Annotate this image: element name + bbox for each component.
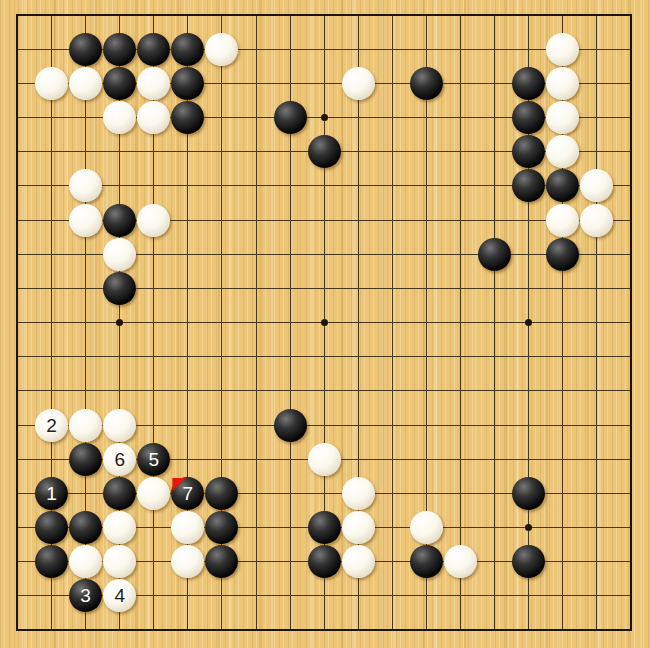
star-point <box>321 319 328 326</box>
stone-black[interactable] <box>512 477 545 510</box>
stone-white[interactable] <box>546 67 579 100</box>
stone-black[interactable]: 5 <box>137 443 170 476</box>
stone-black[interactable] <box>171 33 204 66</box>
stone-black[interactable] <box>546 238 579 271</box>
star-point <box>321 114 328 121</box>
stone-white[interactable] <box>69 409 102 442</box>
stone-white[interactable] <box>308 443 341 476</box>
stone-black[interactable] <box>103 272 136 305</box>
stone-white[interactable] <box>410 511 443 544</box>
stone-white[interactable] <box>342 477 375 510</box>
stone-white[interactable] <box>342 67 375 100</box>
stone-white[interactable] <box>580 204 613 237</box>
move-number-label: 4 <box>114 586 125 605</box>
stone-white[interactable]: 2 <box>35 409 68 442</box>
stone-black[interactable] <box>308 135 341 168</box>
stone-black[interactable] <box>103 204 136 237</box>
stone-black[interactable]: 1 <box>35 477 68 510</box>
stone-black[interactable] <box>308 511 341 544</box>
stone-white[interactable] <box>546 33 579 66</box>
stone-black[interactable] <box>103 477 136 510</box>
move-number-label: 7 <box>183 484 194 503</box>
stone-black[interactable] <box>103 67 136 100</box>
stone-white[interactable] <box>35 67 68 100</box>
stone-black[interactable] <box>512 101 545 134</box>
move-number-label: 1 <box>46 484 57 503</box>
stone-white[interactable] <box>103 409 136 442</box>
move-number-label: 5 <box>149 450 160 469</box>
move-number-label: 3 <box>80 586 91 605</box>
stone-white[interactable] <box>137 204 170 237</box>
stone-white[interactable]: 6 <box>103 443 136 476</box>
stone-black[interactable] <box>274 409 307 442</box>
go-board[interactable]: 2651734 <box>0 0 650 648</box>
stone-black[interactable] <box>274 101 307 134</box>
stone-white[interactable] <box>69 67 102 100</box>
stone-black[interactable] <box>35 511 68 544</box>
stone-white[interactable] <box>137 477 170 510</box>
stone-black[interactable] <box>512 67 545 100</box>
stone-white[interactable] <box>69 204 102 237</box>
stone-white[interactable] <box>205 33 238 66</box>
stone-white[interactable] <box>546 204 579 237</box>
stone-black[interactable] <box>69 33 102 66</box>
stone-white[interactable] <box>342 511 375 544</box>
stone-white[interactable] <box>137 67 170 100</box>
stone-white[interactable] <box>103 101 136 134</box>
stone-white[interactable] <box>342 545 375 578</box>
stone-black[interactable] <box>308 545 341 578</box>
stone-black[interactable] <box>69 511 102 544</box>
stone-black[interactable] <box>410 545 443 578</box>
stone-black[interactable] <box>171 67 204 100</box>
stone-white[interactable] <box>103 238 136 271</box>
stone-black[interactable] <box>410 67 443 100</box>
move-number-label: 2 <box>46 416 57 435</box>
stone-black[interactable] <box>478 238 511 271</box>
stone-black[interactable] <box>69 443 102 476</box>
move-number-label: 6 <box>114 450 125 469</box>
stone-black[interactable] <box>103 33 136 66</box>
stone-black[interactable] <box>137 33 170 66</box>
